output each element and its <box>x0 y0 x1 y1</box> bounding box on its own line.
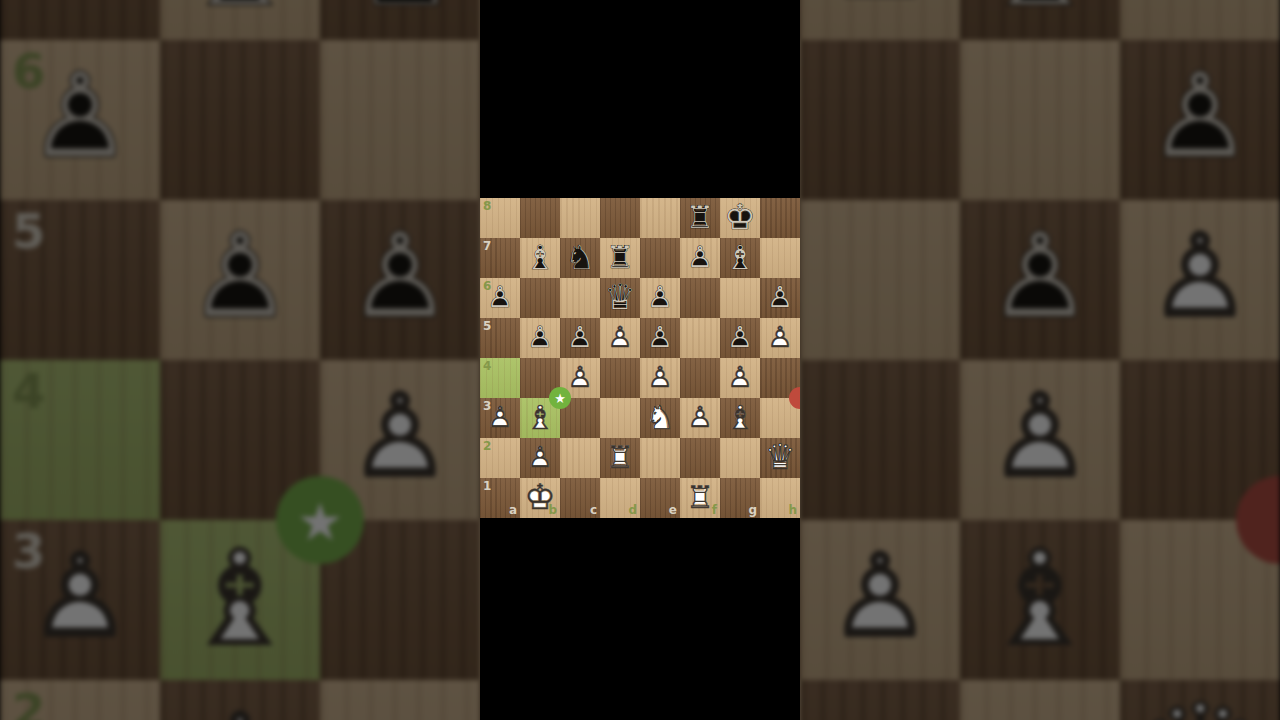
square-e5[interactable]: ♟♙ <box>640 318 680 358</box>
square-d3[interactable] <box>600 398 640 438</box>
rank-label-5: 5 <box>483 320 491 332</box>
piece-white-pawn-a3: ♟♙ <box>0 520 160 680</box>
square-d2[interactable]: ♜♖ <box>600 438 640 478</box>
piece-white-knight-e3[interactable]: ♞♘ <box>640 398 680 438</box>
square-f7[interactable]: ♟♙ <box>680 238 720 278</box>
letterbox-bottom <box>480 518 800 720</box>
letterbox-top <box>480 0 800 198</box>
piece-black-pawn-g5[interactable]: ♟♙ <box>720 318 760 358</box>
square-b1[interactable]: b♚♔ <box>520 478 560 518</box>
piece-white-pawn-g4: ♟♙ <box>960 360 1120 520</box>
square-f2[interactable] <box>680 438 720 478</box>
square-g3[interactable]: ♝♗ <box>720 398 760 438</box>
piece-white-bishop-g3[interactable]: ♝♗ <box>720 398 760 438</box>
star-icon: ★ <box>554 392 566 405</box>
piece-white-pawn-h5[interactable]: ♟♙ <box>760 318 800 358</box>
square-e3[interactable]: ♞♘ <box>640 398 680 438</box>
piece-black-pawn-a6: ♟♙ <box>0 40 160 200</box>
square-g3: ♝♗ <box>960 520 1120 680</box>
square-e7[interactable] <box>640 238 680 278</box>
rank-label-8: 8 <box>483 200 491 212</box>
square-f1[interactable]: f♜♖ <box>680 478 720 518</box>
square-b6[interactable] <box>520 278 560 318</box>
square-e1[interactable]: e <box>640 478 680 518</box>
piece-white-pawn-f3[interactable]: ♟♙ <box>680 398 720 438</box>
square-b7: ♝♗ <box>160 0 320 40</box>
square-f2 <box>800 680 960 720</box>
square-a3: 3♟♙ <box>0 520 160 680</box>
square-c5[interactable]: ♟♙ <box>560 318 600 358</box>
square-a4[interactable]: 4 <box>480 358 520 398</box>
square-f6[interactable] <box>680 278 720 318</box>
square-a7[interactable]: 7 <box>480 238 520 278</box>
square-c1[interactable]: c <box>560 478 600 518</box>
piece-black-pawn-e6[interactable]: ♟♙ <box>640 278 680 318</box>
square-c7[interactable]: ♞♘ <box>560 238 600 278</box>
piece-white-pawn-g4[interactable]: ♟♙ <box>720 358 760 398</box>
square-h5: ♟♙ <box>1120 200 1280 360</box>
piece-black-pawn-b5: ♟♙ <box>160 200 320 360</box>
file-label-h: h <box>788 504 797 516</box>
square-b6 <box>160 40 320 200</box>
square-b5: ♟♙ <box>160 200 320 360</box>
square-f4[interactable] <box>680 358 720 398</box>
piece-black-bishop-g7: ♝♗ <box>960 0 1120 40</box>
square-a4: 4 <box>0 360 160 520</box>
square-e8[interactable] <box>640 198 680 238</box>
piece-white-rook-d2[interactable]: ♜♖ <box>600 438 640 478</box>
piece-black-pawn-a6[interactable]: ♟♙ <box>480 278 520 318</box>
piece-white-pawn-b2[interactable]: ♟♙ <box>520 438 560 478</box>
piece-black-king-g8[interactable]: ♚♔ <box>720 198 760 238</box>
square-a3[interactable]: 3♟♙ <box>480 398 520 438</box>
square-c6[interactable] <box>560 278 600 318</box>
square-g1[interactable]: g <box>720 478 760 518</box>
file-label-d: d <box>628 504 637 516</box>
piece-white-king-b1[interactable]: ♚♔ <box>520 478 560 518</box>
rank-label-4: 4 <box>483 360 491 372</box>
piece-white-pawn-h5: ♟♙ <box>1120 200 1280 360</box>
rank-label-2: 2 <box>12 688 45 720</box>
best-move-star-badge: ★ <box>549 387 571 409</box>
square-b5[interactable]: ♟♙ <box>520 318 560 358</box>
piece-black-knight-c7: ♞♘ <box>320 0 480 40</box>
square-g2[interactable] <box>720 438 760 478</box>
square-g7[interactable]: ♝♗ <box>720 238 760 278</box>
piece-white-queen-h2: ♛♕ <box>1120 680 1280 720</box>
square-d8[interactable] <box>600 198 640 238</box>
square-c2 <box>320 680 480 720</box>
piece-black-pawn-e5[interactable]: ♟♙ <box>640 318 680 358</box>
square-f6 <box>800 40 960 200</box>
square-h6[interactable]: ♟♙ <box>760 278 800 318</box>
file-label-c: c <box>590 504 597 516</box>
square-c5: ♟♙ <box>320 200 480 360</box>
square-d7[interactable]: ♜♖ <box>600 238 640 278</box>
piece-black-pawn-g5: ♟♙ <box>960 200 1120 360</box>
square-h5[interactable]: ♟♙ <box>760 318 800 358</box>
square-g7: ♝♗ <box>960 0 1120 40</box>
rank-label-5: 5 <box>12 208 45 256</box>
rank-label-1: 1 <box>483 480 491 492</box>
square-f3[interactable]: ♟♙ <box>680 398 720 438</box>
piece-black-bishop-b7: ♝♗ <box>160 0 320 40</box>
piece-black-pawn-c5: ♟♙ <box>320 200 480 360</box>
square-b8[interactable] <box>520 198 560 238</box>
square-g4: ♟♙ <box>960 360 1120 520</box>
file-label-g: g <box>748 504 757 516</box>
piece-black-knight-c7[interactable]: ♞♘ <box>560 238 600 278</box>
rank-label-7: 7 <box>483 240 491 252</box>
square-h2: ♛♕ <box>1120 680 1280 720</box>
square-e2[interactable] <box>640 438 680 478</box>
file-label-a: a <box>509 504 517 516</box>
square-b7[interactable]: ♝♗ <box>520 238 560 278</box>
square-f4 <box>800 360 960 520</box>
square-f5[interactable] <box>680 318 720 358</box>
piece-black-pawn-b5[interactable]: ♟♙ <box>520 318 560 358</box>
square-d4[interactable] <box>600 358 640 398</box>
star-icon: ★ <box>297 494 344 546</box>
piece-black-rook-f8[interactable]: ♜♖ <box>680 198 720 238</box>
square-g6 <box>960 40 1120 200</box>
piece-black-pawn-f7[interactable]: ♟♙ <box>680 238 720 278</box>
square-a7: 7 <box>0 0 160 40</box>
square-b2: ♟♙ <box>160 680 320 720</box>
square-g8[interactable]: ♚♔ <box>720 198 760 238</box>
square-d5[interactable]: ♟♙ <box>600 318 640 358</box>
square-f5 <box>800 200 960 360</box>
square-h1[interactable]: h <box>760 478 800 518</box>
square-c8[interactable] <box>560 198 600 238</box>
square-e4[interactable]: ♟♙ <box>640 358 680 398</box>
square-c6 <box>320 40 480 200</box>
best-move-star-badge: ★ <box>276 476 364 564</box>
square-h7[interactable] <box>760 238 800 278</box>
piece-black-bishop-g7[interactable]: ♝♗ <box>720 238 760 278</box>
square-h2[interactable]: ♛♕ <box>760 438 800 478</box>
video-frame: 8♜♖♚♔7♝♗♞♘♜♖♟♙♝♗6♟♙♛♕♟♙♟♙5♟♙♟♙♟♙♟♙♟♙♟♙4♟… <box>0 0 1280 720</box>
piece-white-pawn-a3[interactable]: ♟♙ <box>480 398 520 438</box>
square-f8[interactable]: ♜♖ <box>680 198 720 238</box>
chess-board: 8♜♖♚♔7♝♗♞♘♜♖♟♙♝♗6♟♙♛♕♟♙♟♙5♟♙♟♙♟♙♟♙♟♙♟♙4♟… <box>480 198 800 518</box>
square-a1[interactable]: 1a <box>480 478 520 518</box>
square-c2[interactable] <box>560 438 600 478</box>
rank-label-2: 2 <box>483 440 491 452</box>
square-d1[interactable]: d <box>600 478 640 518</box>
rank-label-4: 4 <box>12 368 45 416</box>
square-h8[interactable] <box>760 198 800 238</box>
square-e6[interactable]: ♟♙ <box>640 278 680 318</box>
square-d6[interactable]: ♛♕ <box>600 278 640 318</box>
square-a5[interactable]: 5 <box>480 318 520 358</box>
square-g2 <box>960 680 1120 720</box>
square-g5: ♟♙ <box>960 200 1120 360</box>
piece-white-pawn-e4[interactable]: ♟♙ <box>640 358 680 398</box>
square-h6: ♟♙ <box>1120 40 1280 200</box>
square-c7: ♞♘ <box>320 0 480 40</box>
square-a6[interactable]: 6♟♙ <box>480 278 520 318</box>
square-a6: 6♟♙ <box>0 40 160 200</box>
piece-black-pawn-f7: ♟♙ <box>800 0 960 40</box>
square-g5[interactable]: ♟♙ <box>720 318 760 358</box>
piece-black-pawn-h6[interactable]: ♟♙ <box>760 278 800 318</box>
piece-black-queen-d6[interactable]: ♛♕ <box>600 278 640 318</box>
piece-white-queen-h2[interactable]: ♛♕ <box>760 438 800 478</box>
square-g4[interactable]: ♟♙ <box>720 358 760 398</box>
piece-white-pawn-d5[interactable]: ♟♙ <box>600 318 640 358</box>
square-h7 <box>1120 0 1280 40</box>
piece-white-bishop-g3: ♝♗ <box>960 520 1120 680</box>
square-g6[interactable] <box>720 278 760 318</box>
piece-white-rook-f1[interactable]: ♜♖ <box>680 478 720 518</box>
piece-black-bishop-b7[interactable]: ♝♗ <box>520 238 560 278</box>
file-label-e: e <box>669 504 677 516</box>
square-f3: ♟♙ <box>800 520 960 680</box>
square-f7: ♟♙ <box>800 0 960 40</box>
square-a2[interactable]: 2 <box>480 438 520 478</box>
square-a2: 2 <box>0 680 160 720</box>
video-center-column: 8♜♖♚♔7♝♗♞♘♜♖♟♙♝♗6♟♙♛♕♟♙♟♙5♟♙♟♙♟♙♟♙♟♙♟♙4♟… <box>480 0 800 720</box>
piece-white-pawn-f3: ♟♙ <box>800 520 960 680</box>
piece-white-pawn-b2: ♟♙ <box>160 680 320 720</box>
square-a5: 5 <box>0 200 160 360</box>
square-b2[interactable]: ♟♙ <box>520 438 560 478</box>
piece-black-rook-d7[interactable]: ♜♖ <box>600 238 640 278</box>
square-a8[interactable]: 8 <box>480 198 520 238</box>
piece-black-pawn-h6: ♟♙ <box>1120 40 1280 200</box>
piece-black-pawn-c5[interactable]: ♟♙ <box>560 318 600 358</box>
